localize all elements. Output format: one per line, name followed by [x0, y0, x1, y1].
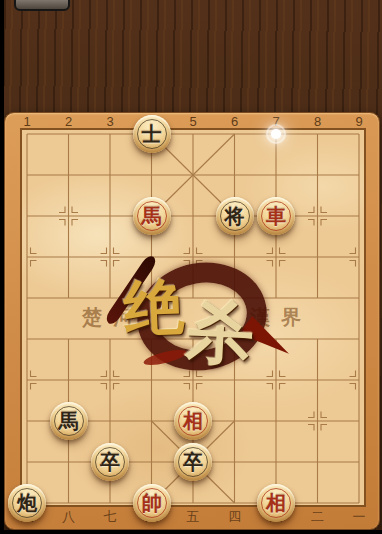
file-label-top-2: 2 [60, 114, 78, 129]
file-label-top-1: 1 [18, 114, 36, 129]
file-label-bottom-9: 一 [350, 508, 368, 526]
file-label-bottom-2: 八 [60, 508, 78, 526]
river-label-left: 楚河 [82, 306, 144, 328]
file-label-top-9: 9 [350, 114, 368, 129]
piece-glyph: 相 [174, 402, 212, 440]
cropped-toolbar-fragment [14, 0, 70, 11]
piece-black-pawn[interactable]: 卒 [174, 443, 212, 481]
river-label-right: 漢界 [250, 306, 312, 328]
last-move-indicator-dot [271, 129, 281, 139]
file-label-top-6: 6 [226, 114, 244, 129]
piece-glyph: 卒 [91, 443, 129, 481]
xiangqi-app-screen: 123456789九八七六五四三二一 楚河 漢界 士馬将車馬相卒卒炮帥相 绝 杀 [0, 0, 382, 534]
file-label-bottom-5: 五 [184, 508, 202, 526]
piece-glyph: 炮 [8, 484, 46, 522]
piece-red-horse[interactable]: 馬 [133, 197, 171, 235]
piece-black-general[interactable]: 将 [216, 197, 254, 235]
file-label-bottom-3: 七 [101, 508, 119, 526]
file-label-bottom-8: 二 [309, 508, 327, 526]
piece-red-general[interactable]: 帥 [133, 484, 171, 522]
piece-glyph: 馬 [50, 402, 88, 440]
file-label-top-3: 3 [101, 114, 119, 129]
piece-glyph: 士 [133, 115, 171, 153]
piece-glyph: 卒 [174, 443, 212, 481]
piece-black-cannon[interactable]: 炮 [8, 484, 46, 522]
piece-glyph: 将 [216, 197, 254, 235]
file-label-top-8: 8 [309, 114, 327, 129]
piece-black-pawn[interactable]: 卒 [91, 443, 129, 481]
piece-red-chariot[interactable]: 車 [257, 197, 295, 235]
file-label-top-5: 5 [184, 114, 202, 129]
piece-red-elephant[interactable]: 相 [174, 402, 212, 440]
piece-red-elephant[interactable]: 相 [257, 484, 295, 522]
piece-glyph: 相 [257, 484, 295, 522]
piece-glyph: 帥 [133, 484, 171, 522]
piece-black-horse[interactable]: 馬 [50, 402, 88, 440]
file-label-bottom-6: 四 [226, 508, 244, 526]
piece-glyph: 馬 [133, 197, 171, 235]
piece-glyph: 車 [257, 197, 295, 235]
piece-black-advisor[interactable]: 士 [133, 115, 171, 153]
